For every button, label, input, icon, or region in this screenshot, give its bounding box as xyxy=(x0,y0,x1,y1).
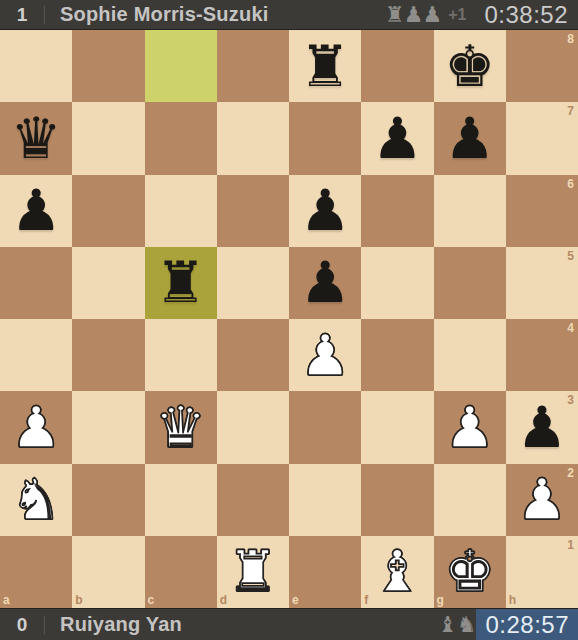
square-d1[interactable]: d♜ xyxy=(217,536,289,608)
square-g5[interactable] xyxy=(434,247,506,319)
white-pawn[interactable]: ♟ xyxy=(434,391,506,463)
square-b2[interactable] xyxy=(72,464,144,536)
black-queen[interactable]: ♛ xyxy=(0,102,72,174)
top-captured-tray: ♜♟♟ xyxy=(386,4,442,26)
square-c7[interactable] xyxy=(145,102,217,174)
square-g4[interactable] xyxy=(434,319,506,391)
square-h4[interactable]: 4 xyxy=(506,319,578,391)
bottom-player-score: 0 xyxy=(0,614,44,636)
square-a5[interactable] xyxy=(0,247,72,319)
square-a4[interactable] xyxy=(0,319,72,391)
white-queen[interactable]: ♛ xyxy=(145,391,217,463)
material-advantage: +1 xyxy=(448,6,466,24)
captured-rook-icon: ♜ xyxy=(385,4,405,26)
top-player-name: Sophie Morris-Suzuki xyxy=(60,3,268,26)
black-pawn[interactable]: ♟ xyxy=(289,175,361,247)
square-g2[interactable] xyxy=(434,464,506,536)
rank-label-4: 4 xyxy=(567,322,574,334)
square-c5[interactable]: ♜ xyxy=(145,247,217,319)
square-f1[interactable]: f♝ xyxy=(361,536,433,608)
square-h1[interactable]: 1h xyxy=(506,536,578,608)
square-a2[interactable]: ♞ xyxy=(0,464,72,536)
rank-label-8: 8 xyxy=(567,33,574,45)
square-c2[interactable] xyxy=(145,464,217,536)
square-a1[interactable]: a xyxy=(0,536,72,608)
square-d8[interactable] xyxy=(217,30,289,102)
white-pawn[interactable]: ♟ xyxy=(506,464,578,536)
white-knight[interactable]: ♞ xyxy=(0,464,72,536)
square-e7[interactable] xyxy=(289,102,361,174)
square-e2[interactable] xyxy=(289,464,361,536)
square-h3[interactable]: 3♟ xyxy=(506,391,578,463)
square-d2[interactable] xyxy=(217,464,289,536)
bottom-player-name: Ruiyang Yan xyxy=(60,613,182,636)
square-b8[interactable] xyxy=(72,30,144,102)
square-f3[interactable] xyxy=(361,391,433,463)
captured-pawn-icon: ♟ xyxy=(422,4,442,26)
square-b7[interactable] xyxy=(72,102,144,174)
square-e1[interactable]: e xyxy=(289,536,361,608)
square-f7[interactable]: ♟ xyxy=(361,102,433,174)
square-e4[interactable]: ♟ xyxy=(289,319,361,391)
square-d6[interactable] xyxy=(217,175,289,247)
square-e6[interactable]: ♟ xyxy=(289,175,361,247)
square-a8[interactable] xyxy=(0,30,72,102)
square-f6[interactable] xyxy=(361,175,433,247)
top-player-bar: 1 Sophie Morris-Suzuki ♜♟♟ +1 0:38:52 xyxy=(0,0,578,30)
square-h8[interactable]: 8 xyxy=(506,30,578,102)
white-bishop[interactable]: ♝ xyxy=(361,536,433,608)
rank-label-6: 6 xyxy=(567,178,574,190)
square-b5[interactable] xyxy=(72,247,144,319)
white-king[interactable]: ♚ xyxy=(434,536,506,608)
captured-knight-icon: ♞ xyxy=(457,614,477,636)
square-h2[interactable]: 2♟ xyxy=(506,464,578,536)
square-b3[interactable] xyxy=(72,391,144,463)
square-d5[interactable] xyxy=(217,247,289,319)
square-c8[interactable] xyxy=(145,30,217,102)
square-f5[interactable] xyxy=(361,247,433,319)
black-rook[interactable]: ♜ xyxy=(145,247,217,319)
black-king[interactable]: ♚ xyxy=(434,30,506,102)
captured-pawn-icon: ♟ xyxy=(404,4,424,26)
black-pawn[interactable]: ♟ xyxy=(434,102,506,174)
square-c3[interactable]: ♛ xyxy=(145,391,217,463)
square-h6[interactable]: 6 xyxy=(506,175,578,247)
square-e5[interactable]: ♟ xyxy=(289,247,361,319)
black-pawn[interactable]: ♟ xyxy=(361,102,433,174)
square-g1[interactable]: g♚ xyxy=(434,536,506,608)
square-d3[interactable] xyxy=(217,391,289,463)
square-b6[interactable] xyxy=(72,175,144,247)
square-h7[interactable]: 7 xyxy=(506,102,578,174)
bar-divider xyxy=(44,616,45,634)
file-label-b: b xyxy=(75,594,82,606)
square-g7[interactable]: ♟ xyxy=(434,102,506,174)
chess-board[interactable]: ♜♚8♛♟♟7♟♟6♜♟5♟4♟♛♟3♟♞2♟abcd♜ef♝g♚1h xyxy=(0,30,578,608)
square-e8[interactable]: ♜ xyxy=(289,30,361,102)
square-f8[interactable] xyxy=(361,30,433,102)
black-rook[interactable]: ♜ xyxy=(289,30,361,102)
bottom-player-clock: 0:28:57 xyxy=(476,609,578,640)
black-pawn[interactable]: ♟ xyxy=(0,175,72,247)
square-g8[interactable]: ♚ xyxy=(434,30,506,102)
square-c4[interactable] xyxy=(145,319,217,391)
white-pawn[interactable]: ♟ xyxy=(0,391,72,463)
square-d7[interactable] xyxy=(217,102,289,174)
rank-label-1: 1 xyxy=(567,539,574,551)
top-player-score: 1 xyxy=(0,4,44,26)
white-pawn[interactable]: ♟ xyxy=(289,319,361,391)
square-a7[interactable]: ♛ xyxy=(0,102,72,174)
square-f2[interactable] xyxy=(361,464,433,536)
square-b1[interactable]: b xyxy=(72,536,144,608)
square-f4[interactable] xyxy=(361,319,433,391)
black-pawn[interactable]: ♟ xyxy=(289,247,361,319)
square-c1[interactable]: c xyxy=(145,536,217,608)
square-h5[interactable]: 5 xyxy=(506,247,578,319)
square-g3[interactable]: ♟ xyxy=(434,391,506,463)
square-c6[interactable] xyxy=(145,175,217,247)
black-pawn[interactable]: ♟ xyxy=(506,391,578,463)
file-label-e: e xyxy=(292,594,299,606)
rank-label-5: 5 xyxy=(567,250,574,262)
file-label-a: a xyxy=(3,594,10,606)
file-label-h: h xyxy=(509,594,516,606)
bottom-captured-tray: ♝♞ xyxy=(439,614,476,636)
bar-divider xyxy=(44,6,45,24)
bottom-player-bar: 0 Ruiyang Yan ♝♞ 0:28:57 xyxy=(0,608,578,640)
file-label-c: c xyxy=(148,594,155,606)
rank-label-7: 7 xyxy=(567,105,574,117)
square-e3[interactable] xyxy=(289,391,361,463)
square-a3[interactable]: ♟ xyxy=(0,391,72,463)
square-a6[interactable]: ♟ xyxy=(0,175,72,247)
white-rook[interactable]: ♜ xyxy=(217,536,289,608)
top-player-clock: 0:38:52 xyxy=(474,0,578,29)
square-b4[interactable] xyxy=(72,319,144,391)
captured-bishop-icon: ♝ xyxy=(438,614,458,636)
square-d4[interactable] xyxy=(217,319,289,391)
square-g6[interactable] xyxy=(434,175,506,247)
